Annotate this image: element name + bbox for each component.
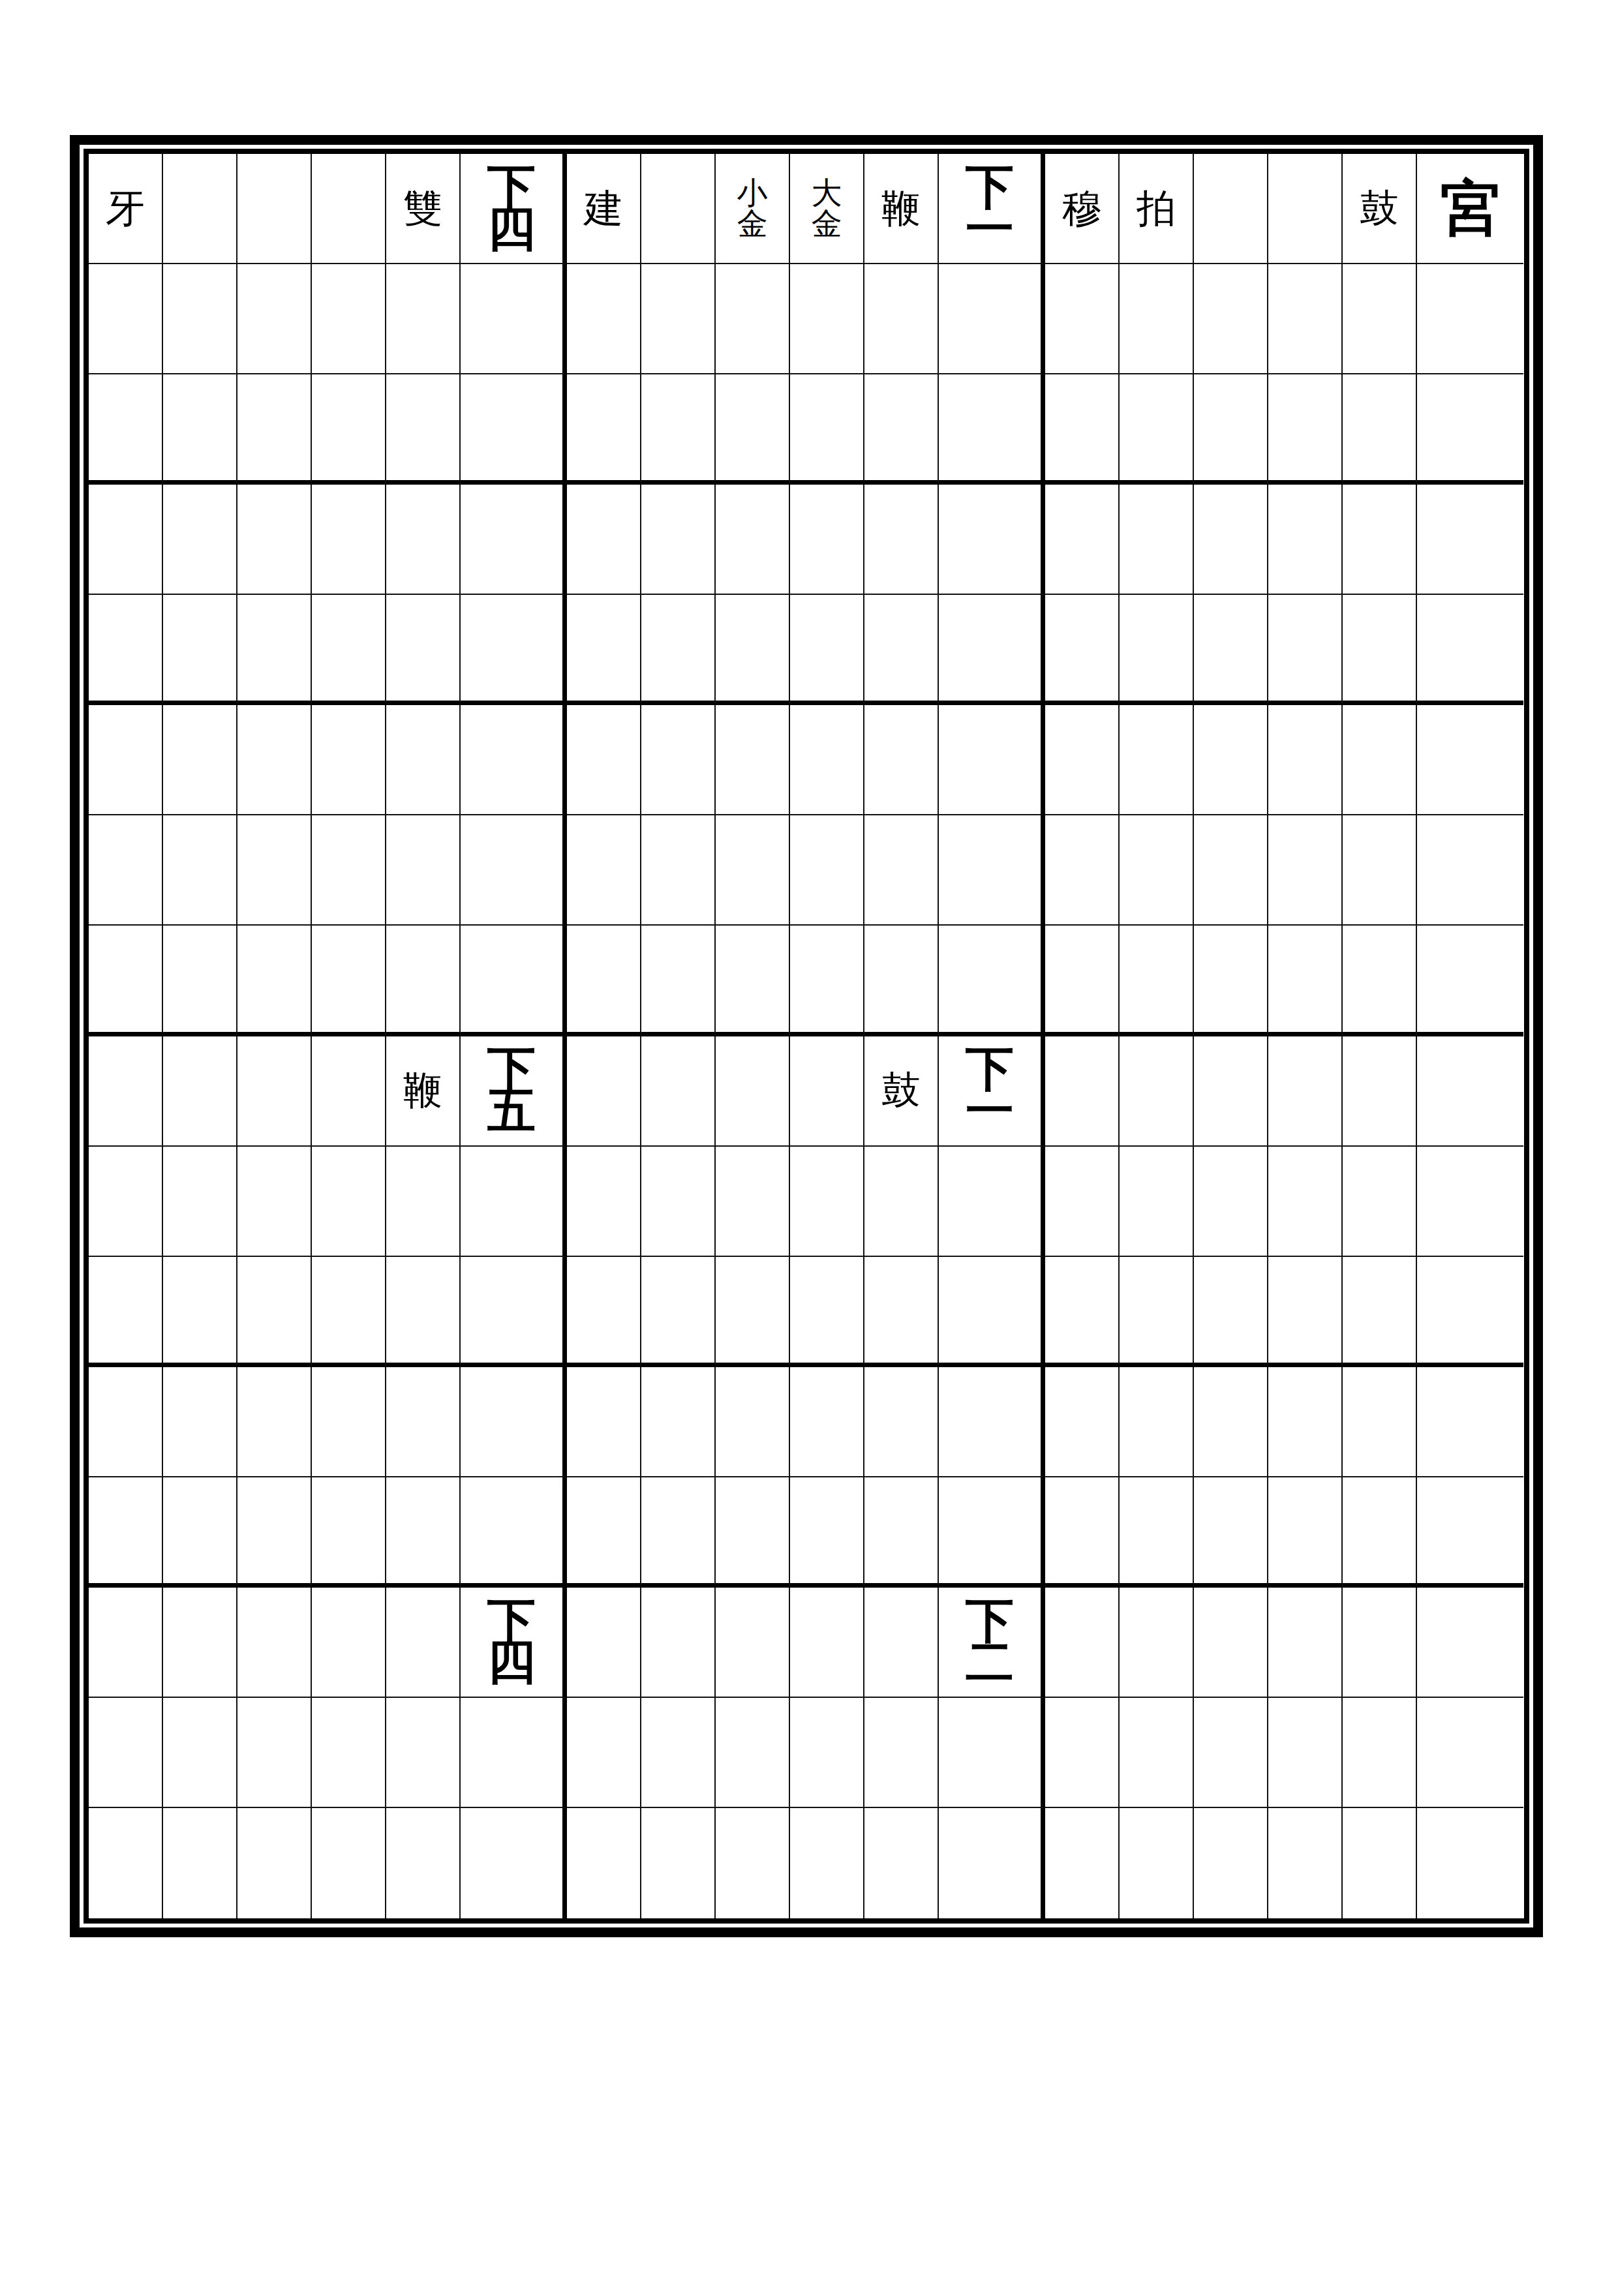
jeonggan-cell-r1-g3-c5: 鼓 — [1343, 154, 1417, 264]
jeonggan-cell-r13-g2-c4 — [790, 1477, 864, 1588]
jeonggan-cell-r14-g2-c5 — [864, 1588, 939, 1698]
jeonggan-cell-r8-g3-c2 — [1120, 926, 1194, 1036]
jeonggan-cell-r8-g3-c5 — [1343, 926, 1417, 1036]
jeonggan-cell-r3-g1-c6 — [461, 374, 567, 485]
jeonggan-cell-r2-g3-c3 — [1194, 264, 1268, 374]
jeonggan-cell-r11-g2-c6 — [939, 1257, 1045, 1367]
jeonggan-cell-r2-g3-c6 — [1417, 264, 1523, 374]
jeonggan-cell-r8-g2-c1 — [567, 926, 641, 1036]
jeonggan-cell-r4-g2-c1 — [567, 485, 641, 595]
melody-ha-i-glyph: 下二 — [966, 1601, 1014, 1684]
jeonggan-cell-r8-g1-c5 — [386, 926, 461, 1036]
jeonggan-cell-r16-g3-c3 — [1194, 1808, 1268, 1918]
jeonggan-cell-r13-g3-c5 — [1343, 1477, 1417, 1588]
jeonggan-cell-r12-g3-c1 — [1045, 1367, 1120, 1477]
melody-ha-il-glyph: 下一 — [966, 167, 1014, 250]
melody-gung-glyph: 宮 — [1441, 179, 1501, 239]
jeonggan-cell-r11-g2-c4 — [790, 1257, 864, 1367]
mark-go-glyph: 鼓 — [881, 1071, 921, 1110]
jeonggan-cell-r15-g1-c3 — [237, 1698, 312, 1808]
jeonggan-cell-r9-g2-c4 — [790, 1036, 864, 1147]
jeonggan-cell-r12-g2-c6 — [939, 1367, 1045, 1477]
jeonggan-cell-r4-g1-c6 — [461, 485, 567, 595]
jeonggan-cell-r16-g2-c4 — [790, 1808, 864, 1918]
jeonggan-cell-r7-g2-c3 — [716, 815, 790, 926]
jeonggan-cell-r3-g3-c4 — [1268, 374, 1343, 485]
jeonggan-cell-r11-g1-c6 — [461, 1257, 567, 1367]
jeonggan-cell-r8-g3-c6 — [1417, 926, 1523, 1036]
jeonggan-cell-r5-g1-c4 — [312, 595, 386, 705]
jeonggan-cell-r1-g3-c1: 穆 — [1045, 154, 1120, 264]
jeonggan-cell-r14-g3-c5 — [1343, 1588, 1417, 1698]
jeonggan-cell-r4-g2-c2 — [641, 485, 716, 595]
jeonggan-cell-r1-g1-c6: 下四 — [461, 154, 567, 264]
jeonggan-cell-r3-g2-c6 — [939, 374, 1045, 485]
jeonggan-cell-r1-g1-c4 — [312, 154, 386, 264]
jeonggan-cell-r13-g3-c3 — [1194, 1477, 1268, 1588]
jeonggan-cell-r10-g3-c4 — [1268, 1147, 1343, 1257]
score-frame-outer: 牙雙下四建小金大金鞭下一穆拍鼓宮鞭下五鼓下一下四下二 — [70, 135, 1543, 1937]
jeonggan-cell-r10-g1-c2 — [163, 1147, 237, 1257]
jeonggan-cell-r10-g1-c6 — [461, 1147, 567, 1257]
jeonggan-cell-r4-g1-c1 — [89, 485, 163, 595]
jeonggan-cell-r13-g1-c3 — [237, 1477, 312, 1588]
jeonggan-cell-r8-g3-c4 — [1268, 926, 1343, 1036]
stacked-char: 一 — [966, 1091, 1014, 1132]
jeonggan-cell-r15-g2-c3 — [716, 1698, 790, 1808]
jeonggan-cell-r12-g1-c3 — [237, 1367, 312, 1477]
jeonggan-cell-r14-g2-c6: 下二 — [939, 1588, 1045, 1698]
jeonggan-cell-r16-g2-c2 — [641, 1808, 716, 1918]
jeonggan-cell-r15-g1-c6 — [461, 1698, 567, 1808]
stacked-char: 一 — [966, 209, 1014, 250]
jeonggan-cell-r2-g1-c1 — [89, 264, 163, 374]
jeonggan-cell-r10-g3-c1 — [1045, 1147, 1120, 1257]
jeonggan-cell-r12-g3-c3 — [1194, 1367, 1268, 1477]
jeonggan-cell-r14-g2-c1 — [567, 1588, 641, 1698]
jeonggan-cell-r1-g1-c3 — [237, 154, 312, 264]
mark-dae-geum-glyph: 大金 — [812, 178, 842, 239]
jeonggan-cell-r16-g2-c3 — [716, 1808, 790, 1918]
jeonggan-cell-r15-g1-c4 — [312, 1698, 386, 1808]
jeonggan-cell-r9-g3-c6 — [1417, 1036, 1523, 1147]
jeonggan-cell-r8-g1-c1 — [89, 926, 163, 1036]
jeonggan-cell-r2-g1-c6 — [461, 264, 567, 374]
jeonggan-cell-r10-g1-c4 — [312, 1147, 386, 1257]
stacked-char: 四 — [487, 1642, 536, 1684]
jeonggan-cell-r16-g2-c5 — [864, 1808, 939, 1918]
jeonggan-cell-r7-g1-c5 — [386, 815, 461, 926]
jeonggan-cell-r10-g2-c2 — [641, 1147, 716, 1257]
jeonggan-cell-r3-g3-c1 — [1045, 374, 1120, 485]
jeonggan-cell-r9-g1-c4 — [312, 1036, 386, 1147]
jeonggan-cell-r16-g1-c4 — [312, 1808, 386, 1918]
melody-ha-sa-glyph: 下四 — [487, 1601, 536, 1684]
jeonggan-cell-r2-g3-c2 — [1120, 264, 1194, 374]
jeonggan-cell-r3-g2-c4 — [790, 374, 864, 485]
jeonggan-cell-r3-g1-c4 — [312, 374, 386, 485]
jeonggan-cell-r7-g3-c2 — [1120, 815, 1194, 926]
jeonggan-cell-r3-g3-c3 — [1194, 374, 1268, 485]
jeonggan-cell-r12-g3-c2 — [1120, 1367, 1194, 1477]
jeonggan-cell-r1-g3-c2: 拍 — [1120, 154, 1194, 264]
jeonggan-cell-r3-g2-c1 — [567, 374, 641, 485]
jeonggan-cell-r11-g3-c2 — [1120, 1257, 1194, 1367]
jeonggan-cell-r14-g1-c1 — [89, 1588, 163, 1698]
jeonggan-cell-r3-g1-c5 — [386, 374, 461, 485]
jeonggan-cell-r6-g2-c3 — [716, 705, 790, 815]
jeonggan-cell-r8-g1-c2 — [163, 926, 237, 1036]
jeonggan-cell-r8-g3-c3 — [1194, 926, 1268, 1036]
jeonggan-cell-r14-g1-c2 — [163, 1588, 237, 1698]
jeonggan-cell-r11-g3-c1 — [1045, 1257, 1120, 1367]
jeonggan-cell-r6-g3-c3 — [1194, 705, 1268, 815]
jeonggan-cell-r2-g1-c5 — [386, 264, 461, 374]
jeonggan-cell-r4-g3-c1 — [1045, 485, 1120, 595]
jeonggan-cell-r14-g1-c3 — [237, 1588, 312, 1698]
score-page: 牙雙下四建小金大金鞭下一穆拍鼓宮鞭下五鼓下一下四下二 — [0, 0, 1618, 2296]
jeonggan-cell-r4-g3-c3 — [1194, 485, 1268, 595]
jeonggan-cell-r5-g2-c4 — [790, 595, 864, 705]
jeonggan-cell-r3-g1-c1 — [89, 374, 163, 485]
jeonggan-cell-r3-g1-c3 — [237, 374, 312, 485]
jeonggan-cell-r5-g1-c2 — [163, 595, 237, 705]
jeonggan-cell-r6-g1-c5 — [386, 705, 461, 815]
jeonggan-cell-r4-g3-c2 — [1120, 485, 1194, 595]
jeonggan-cell-r8-g3-c1 — [1045, 926, 1120, 1036]
jeonggan-cell-r11-g2-c2 — [641, 1257, 716, 1367]
mark-ya-glyph: 牙 — [106, 189, 145, 228]
jeonggan-cell-r6-g2-c4 — [790, 705, 864, 815]
jeonggan-cell-r12-g2-c1 — [567, 1367, 641, 1477]
jeonggan-cell-r10-g1-c1 — [89, 1147, 163, 1257]
jeonggan-cell-r15-g2-c6 — [939, 1698, 1045, 1808]
jeonggan-cell-r2-g1-c4 — [312, 264, 386, 374]
jeonggan-cell-r9-g2-c1 — [567, 1036, 641, 1147]
jeonggan-cell-r5-g2-c3 — [716, 595, 790, 705]
jeonggan-cell-r10-g3-c3 — [1194, 1147, 1268, 1257]
jeonggan-cell-r3-g2-c3 — [716, 374, 790, 485]
jeonggan-cell-r12-g2-c3 — [716, 1367, 790, 1477]
jeonggan-cell-r4-g3-c6 — [1417, 485, 1523, 595]
jeonggan-cell-r11-g3-c4 — [1268, 1257, 1343, 1367]
jeonggan-cell-r6-g1-c3 — [237, 705, 312, 815]
jeonggan-cell-r15-g3-c6 — [1417, 1698, 1523, 1808]
jeonggan-cell-r4-g3-c4 — [1268, 485, 1343, 595]
jeonggan-cell-r8-g2-c4 — [790, 926, 864, 1036]
jeonggan-cell-r14-g2-c3 — [716, 1588, 790, 1698]
jeonggan-cell-r12-g3-c6 — [1417, 1367, 1523, 1477]
jeonggan-cell-r6-g3-c5 — [1343, 705, 1417, 815]
jeonggan-cell-r7-g3-c3 — [1194, 815, 1268, 926]
melody-ha-sa-glyph: 下四 — [487, 167, 536, 250]
jeonggan-cell-r1-g1-c2 — [163, 154, 237, 264]
jeonggan-cell-r16-g1-c6 — [461, 1808, 567, 1918]
jeonggan-cell-r5-g3-c1 — [1045, 595, 1120, 705]
jeonggan-cell-r13-g2-c1 — [567, 1477, 641, 1588]
jeonggan-cell-r9-g3-c5 — [1343, 1036, 1417, 1147]
jeonggan-cell-r10-g3-c6 — [1417, 1147, 1523, 1257]
jeonggan-cell-r12-g2-c2 — [641, 1367, 716, 1477]
jeonggan-cell-r10-g2-c5 — [864, 1147, 939, 1257]
jeonggan-cell-r4-g1-c2 — [163, 485, 237, 595]
jeonggan-cell-r6-g2-c2 — [641, 705, 716, 815]
jeonggan-cell-r13-g3-c1 — [1045, 1477, 1120, 1588]
jeonggan-cell-r14-g2-c4 — [790, 1588, 864, 1698]
jeonggan-cell-r5-g3-c6 — [1417, 595, 1523, 705]
jeonggan-cell-r6-g3-c6 — [1417, 705, 1523, 815]
jeonggan-cell-r8-g2-c6 — [939, 926, 1045, 1036]
jeonggan-cell-r6-g3-c2 — [1120, 705, 1194, 815]
jeonggan-cell-r10-g3-c2 — [1120, 1147, 1194, 1257]
jeonggan-cell-r5-g2-c5 — [864, 595, 939, 705]
jeonggan-cell-r12-g3-c4 — [1268, 1367, 1343, 1477]
jeonggan-cell-r11-g1-c5 — [386, 1257, 461, 1367]
jeonggan-cell-r16-g3-c2 — [1120, 1808, 1194, 1918]
jeonggan-cell-r7-g1-c1 — [89, 815, 163, 926]
jeonggan-cell-r1-g2-c4: 大金 — [790, 154, 864, 264]
jeonggan-cell-r13-g2-c6 — [939, 1477, 1045, 1588]
jeonggan-cell-r8-g1-c3 — [237, 926, 312, 1036]
jeonggan-cell-r15-g2-c2 — [641, 1698, 716, 1808]
jeonggan-cell-r11-g1-c3 — [237, 1257, 312, 1367]
jeonggan-cell-r10-g2-c3 — [716, 1147, 790, 1257]
jeonggan-cell-r6-g1-c1 — [89, 705, 163, 815]
jeonggan-cell-r11-g1-c1 — [89, 1257, 163, 1367]
jeonggan-cell-r5-g2-c2 — [641, 595, 716, 705]
jeonggan-cell-r3-g2-c2 — [641, 374, 716, 485]
jeonggan-cell-r16-g1-c2 — [163, 1808, 237, 1918]
stacked-char: 四 — [487, 209, 536, 250]
jeonggan-cell-r16-g1-c5 — [386, 1808, 461, 1918]
jeonggan-cell-r13-g3-c6 — [1417, 1477, 1523, 1588]
stacked-char: 二 — [966, 1642, 1014, 1684]
jeonggan-cell-r12-g1-c4 — [312, 1367, 386, 1477]
jeonggan-cell-r16-g3-c1 — [1045, 1808, 1120, 1918]
jeonggan-cell-r8-g2-c3 — [716, 926, 790, 1036]
jeonggan-cell-r16-g2-c6 — [939, 1808, 1045, 1918]
jeonggan-cell-r10-g2-c6 — [939, 1147, 1045, 1257]
jeonggan-cell-r10-g3-c5 — [1343, 1147, 1417, 1257]
jeonggan-cell-r7-g3-c6 — [1417, 815, 1523, 926]
jeonggan-cell-r7-g1-c2 — [163, 815, 237, 926]
jeonggan-cell-r9-g1-c3 — [237, 1036, 312, 1147]
jeonggan-cell-r8-g2-c2 — [641, 926, 716, 1036]
jeonggan-cell-r11-g3-c3 — [1194, 1257, 1268, 1367]
jeonggan-cell-r6-g2-c1 — [567, 705, 641, 815]
mark-so-geum-glyph: 小金 — [737, 178, 768, 239]
jeonggan-cell-r4-g2-c5 — [864, 485, 939, 595]
stacked-char: 金 — [812, 209, 842, 239]
jeonggan-cell-r14-g3-c3 — [1194, 1588, 1268, 1698]
jeonggan-cell-r3-g1-c2 — [163, 374, 237, 485]
jeonggan-cell-r9-g3-c4 — [1268, 1036, 1343, 1147]
jeonggan-cell-r11-g2-c3 — [716, 1257, 790, 1367]
jeonggan-cell-r12-g1-c2 — [163, 1367, 237, 1477]
jeonggan-cell-r11-g1-c4 — [312, 1257, 386, 1367]
jeonggan-cell-r1-g3-c3 — [1194, 154, 1268, 264]
jeonggan-cell-r9-g3-c1 — [1045, 1036, 1120, 1147]
jeonggan-cell-r12-g2-c5 — [864, 1367, 939, 1477]
jeonggan-cell-r2-g2-c1 — [567, 264, 641, 374]
jeonggan-cell-r9-g1-c2 — [163, 1036, 237, 1147]
jeonggan-cell-r6-g1-c2 — [163, 705, 237, 815]
jeonggan-cell-r5-g3-c4 — [1268, 595, 1343, 705]
stacked-char: 大 — [812, 178, 842, 209]
jeonggan-cell-r6-g1-c4 — [312, 705, 386, 815]
jeonggan-cell-r7-g1-c4 — [312, 815, 386, 926]
jeonggan-cell-r16-g1-c1 — [89, 1808, 163, 1918]
jeonggan-cell-r14-g3-c2 — [1120, 1588, 1194, 1698]
jeonggan-cell-r10-g1-c3 — [237, 1147, 312, 1257]
jeonggan-cell-r2-g3-c1 — [1045, 264, 1120, 374]
jeonggan-cell-r5-g2-c6 — [939, 595, 1045, 705]
jeonggan-cell-r1-g2-c2 — [641, 154, 716, 264]
jeonggan-cell-r16-g3-c5 — [1343, 1808, 1417, 1918]
melody-ha-il-glyph: 下一 — [966, 1049, 1014, 1132]
jeonggan-cell-r14-g3-c1 — [1045, 1588, 1120, 1698]
jeonggan-cell-r11-g1-c2 — [163, 1257, 237, 1367]
jeonggan-cell-r11-g2-c5 — [864, 1257, 939, 1367]
jeonggan-cell-r2-g3-c4 — [1268, 264, 1343, 374]
jeonggan-cell-r9-g2-c6: 下一 — [939, 1036, 1045, 1147]
jeonggan-cell-r2-g2-c6 — [939, 264, 1045, 374]
jeonggan-cell-r3-g2-c5 — [864, 374, 939, 485]
jeonggan-cell-r13-g2-c5 — [864, 1477, 939, 1588]
stacked-char: 金 — [737, 209, 768, 239]
jeonggan-cell-r1-g2-c6: 下一 — [939, 154, 1045, 264]
jeonggan-cell-r9-g2-c5: 鼓 — [864, 1036, 939, 1147]
jeonggan-cell-r7-g2-c1 — [567, 815, 641, 926]
jeonggan-cell-r5-g3-c5 — [1343, 595, 1417, 705]
jeonggan-cell-r13-g1-c5 — [386, 1477, 461, 1588]
jeonggan-cell-r14-g1-c5 — [386, 1588, 461, 1698]
jeonggan-cell-r4-g1-c5 — [386, 485, 461, 595]
jeonggan-cell-r1-g2-c1: 建 — [567, 154, 641, 264]
jeonggan-cell-r13-g1-c6 — [461, 1477, 567, 1588]
jeonggan-cell-r10-g2-c4 — [790, 1147, 864, 1257]
jeonggan-cell-r12-g2-c4 — [790, 1367, 864, 1477]
jeonggan-cell-r14-g3-c6 — [1417, 1588, 1523, 1698]
jeonggan-cell-r9-g3-c3 — [1194, 1036, 1268, 1147]
jeonggan-cell-r1-g1-c1: 牙 — [89, 154, 163, 264]
stacked-char: 五 — [487, 1091, 536, 1132]
jeonggan-cell-r13-g3-c4 — [1268, 1477, 1343, 1588]
jeonggan-cell-r9-g2-c2 — [641, 1036, 716, 1147]
jeonggan-cell-r7-g3-c1 — [1045, 815, 1120, 926]
jeonggan-cell-r16-g1-c3 — [237, 1808, 312, 1918]
jeonggan-cell-r7-g2-c5 — [864, 815, 939, 926]
jeonggan-cell-r13-g1-c1 — [89, 1477, 163, 1588]
jeonggan-cell-r9-g1-c6: 下五 — [461, 1036, 567, 1147]
jeonggan-cell-r2-g2-c4 — [790, 264, 864, 374]
jeonggan-cell-r11-g3-c6 — [1417, 1257, 1523, 1367]
jeonggan-cell-r13-g1-c4 — [312, 1477, 386, 1588]
jeonggan-cell-r4-g2-c4 — [790, 485, 864, 595]
jeonggan-cell-r5-g1-c6 — [461, 595, 567, 705]
jeonggan-cell-r5-g3-c2 — [1120, 595, 1194, 705]
jeonggan-cell-r2-g2-c3 — [716, 264, 790, 374]
jeonggan-cell-r10-g1-c5 — [386, 1147, 461, 1257]
jeonggan-cell-r9-g2-c3 — [716, 1036, 790, 1147]
score-frame-inner: 牙雙下四建小金大金鞭下一穆拍鼓宮鞭下五鼓下一下四下二 — [84, 149, 1529, 1924]
jeonggan-cell-r6-g2-c5 — [864, 705, 939, 815]
jeonggan-cell-r11-g3-c5 — [1343, 1257, 1417, 1367]
jeonggan-cell-r15-g3-c5 — [1343, 1698, 1417, 1808]
mark-geon-glyph: 建 — [584, 189, 623, 228]
jeonggan-cell-r5-g2-c1 — [567, 595, 641, 705]
jeonggan-cell-r4-g3-c5 — [1343, 485, 1417, 595]
jeonggan-cell-r15-g2-c1 — [567, 1698, 641, 1808]
jeonggan-cell-r5-g1-c3 — [237, 595, 312, 705]
jeonggan-cell-r14-g1-c4 — [312, 1588, 386, 1698]
mark-pyeon-glyph: 鞭 — [881, 189, 921, 228]
jeonggan-cell-r15-g3-c1 — [1045, 1698, 1120, 1808]
jeonggan-cell-r7-g3-c5 — [1343, 815, 1417, 926]
mark-bak-glyph: 拍 — [1137, 189, 1176, 228]
jeonggan-cell-r8-g1-c4 — [312, 926, 386, 1036]
jeonggan-cell-r4-g1-c3 — [237, 485, 312, 595]
jeonggan-cell-r6-g1-c6 — [461, 705, 567, 815]
jeonggan-cell-r15-g2-c4 — [790, 1698, 864, 1808]
jeonggan-cell-r4-g1-c4 — [312, 485, 386, 595]
jeonggan-cell-r13-g3-c2 — [1120, 1477, 1194, 1588]
jeonggan-cell-r3-g3-c6 — [1417, 374, 1523, 485]
jeonggan-cell-r12-g1-c5 — [386, 1367, 461, 1477]
jeonggan-cell-r14-g3-c4 — [1268, 1588, 1343, 1698]
jeonggan-cell-r15-g3-c3 — [1194, 1698, 1268, 1808]
jeonggan-cell-r4-g2-c6 — [939, 485, 1045, 595]
jeonggan-cell-r7-g1-c3 — [237, 815, 312, 926]
jeonggan-cell-r16-g3-c6 — [1417, 1808, 1523, 1918]
jeonggan-cell-r16-g2-c1 — [567, 1808, 641, 1918]
jeonggan-cell-r9-g1-c1 — [89, 1036, 163, 1147]
jeonggan-cell-r1-g3-c4 — [1268, 154, 1343, 264]
jeonggan-cell-r2-g2-c2 — [641, 264, 716, 374]
mark-pyeon-glyph: 鞭 — [403, 1071, 442, 1110]
jeonggan-cell-r6-g3-c1 — [1045, 705, 1120, 815]
mark-ssang-glyph: 雙 — [403, 189, 442, 228]
jeonggan-cell-r15-g1-c1 — [89, 1698, 163, 1808]
melody-ha-o-glyph: 下五 — [487, 1049, 536, 1132]
jeonggan-cell-r15-g3-c4 — [1268, 1698, 1343, 1808]
jeonggan-cell-r7-g2-c4 — [790, 815, 864, 926]
jeonggan-cell-r13-g1-c2 — [163, 1477, 237, 1588]
jeonggan-grid: 牙雙下四建小金大金鞭下一穆拍鼓宮鞭下五鼓下一下四下二 — [89, 154, 1524, 1918]
jeonggan-cell-r3-g3-c5 — [1343, 374, 1417, 485]
jeonggan-cell-r15-g1-c2 — [163, 1698, 237, 1808]
jeonggan-cell-r9-g3-c2 — [1120, 1036, 1194, 1147]
jeonggan-cell-r7-g2-c2 — [641, 815, 716, 926]
jeonggan-cell-r2-g1-c2 — [163, 264, 237, 374]
jeonggan-cell-r11-g2-c1 — [567, 1257, 641, 1367]
jeonggan-cell-r13-g2-c2 — [641, 1477, 716, 1588]
jeonggan-cell-r12-g3-c5 — [1343, 1367, 1417, 1477]
jeonggan-cell-r8-g1-c6 — [461, 926, 567, 1036]
jeonggan-cell-r8-g2-c5 — [864, 926, 939, 1036]
jeonggan-cell-r2-g1-c3 — [237, 264, 312, 374]
jeonggan-cell-r7-g2-c6 — [939, 815, 1045, 926]
stacked-char: 小 — [737, 178, 768, 209]
jeonggan-cell-r14-g1-c6: 下四 — [461, 1588, 567, 1698]
jeonggan-cell-r5-g3-c3 — [1194, 595, 1268, 705]
jeonggan-cell-r1-g3-c6: 宮 — [1417, 154, 1523, 264]
jeonggan-cell-r1-g2-c3: 小金 — [716, 154, 790, 264]
jeonggan-cell-r5-g1-c1 — [89, 595, 163, 705]
jeonggan-cell-r4-g2-c3 — [716, 485, 790, 595]
jeonggan-cell-r2-g2-c5 — [864, 264, 939, 374]
jeonggan-cell-r10-g2-c1 — [567, 1147, 641, 1257]
